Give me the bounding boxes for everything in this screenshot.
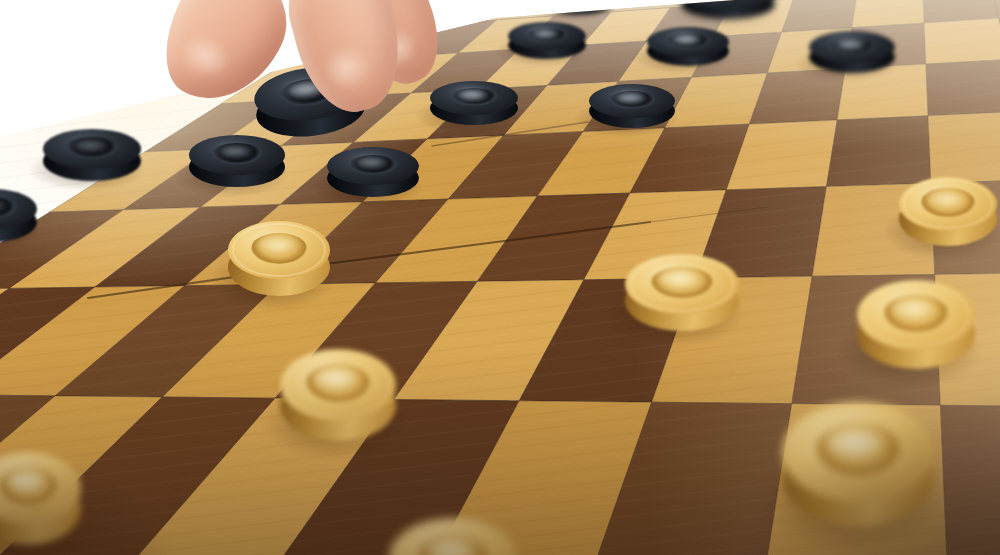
checker-light[interactable]	[389, 518, 517, 555]
checker-light[interactable]	[782, 402, 934, 527]
piece-face	[508, 22, 586, 50]
checker-light[interactable]	[857, 280, 975, 369]
piece-ring-dimple	[702, 0, 754, 2]
checker-light[interactable]	[280, 349, 396, 441]
board-square[interactable]	[928, 111, 1000, 183]
piece-face	[782, 402, 934, 502]
piece-face	[43, 129, 141, 169]
piece-specular-highlight	[69, 139, 108, 152]
board-square[interactable]	[926, 59, 1000, 115]
board-square[interactable]	[940, 405, 1000, 555]
piece-face	[280, 349, 396, 421]
checker-black[interactable]	[508, 22, 586, 59]
checkers-photo-scene	[0, 0, 1000, 555]
piece-face	[809, 31, 895, 63]
piece-ring-dimple	[884, 295, 949, 332]
checker-black[interactable]	[0, 189, 37, 242]
checker-black[interactable]	[327, 147, 419, 197]
board-square[interactable]	[782, 0, 858, 32]
piece-specular-highlight	[256, 235, 297, 254]
checker-light[interactable]	[228, 221, 330, 296]
piece-specular-highlight	[656, 268, 702, 287]
checker-black[interactable]	[430, 81, 518, 125]
piece-ring-dimple	[816, 423, 900, 476]
held-checker-black[interactable]	[251, 62, 368, 143]
piece-specular-highlight	[612, 92, 646, 103]
checker-light[interactable]	[625, 254, 739, 331]
piece-specular-highlight	[454, 89, 489, 100]
piece-ring-dimple	[921, 188, 975, 217]
checker-black[interactable]	[647, 27, 729, 66]
piece-face	[625, 254, 739, 314]
piece-specular-highlight	[424, 537, 475, 555]
piece-specular-highlight	[889, 297, 936, 319]
piece-face	[430, 81, 518, 115]
piece-ring-dimple	[251, 233, 307, 264]
piece-face	[327, 147, 419, 185]
checker-black[interactable]	[541, 0, 615, 15]
checker-light[interactable]	[0, 452, 81, 545]
piece-specular-highlight	[832, 39, 866, 49]
checker-black[interactable]	[681, 0, 775, 19]
piece-face	[541, 0, 615, 7]
board-square[interactable]	[924, 18, 1000, 64]
piece-face	[389, 518, 517, 555]
checker-black[interactable]	[589, 84, 675, 128]
board-square[interactable]	[827, 116, 932, 187]
piece-specular-highlight	[669, 34, 702, 44]
piece-face	[228, 221, 330, 279]
piece-face	[857, 280, 975, 350]
piece-face	[647, 27, 729, 57]
piece-ring-dimple	[306, 364, 370, 402]
checker-black[interactable]	[189, 135, 285, 187]
piece-face	[899, 177, 997, 231]
piece-ring-dimple	[0, 467, 57, 505]
piece-specular-highlight	[529, 29, 560, 38]
piece-specular-highlight	[311, 366, 357, 389]
piece-face	[589, 84, 675, 118]
checker-light[interactable]	[899, 177, 997, 246]
piece-specular-highlight	[925, 190, 964, 207]
piece-ring-dimple	[651, 267, 714, 299]
piece-ring-dimple	[418, 535, 488, 555]
checker-black[interactable]	[43, 129, 141, 181]
checker-black[interactable]	[809, 31, 895, 73]
piece-specular-highlight	[823, 426, 884, 458]
piece-specular-highlight	[4, 469, 46, 492]
